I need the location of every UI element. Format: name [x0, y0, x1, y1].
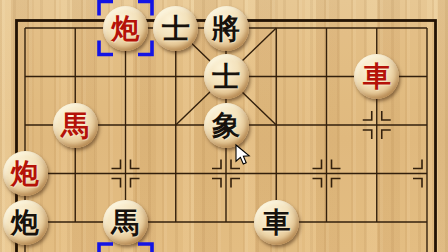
piece-black-cannon[interactable]: 炮 — [3, 200, 48, 245]
piece-black-advisor[interactable]: 士 — [153, 6, 198, 51]
piece-glyph: 炮 — [11, 200, 39, 245]
piece-glyph: 炮 — [11, 151, 39, 196]
piece-glyph: 將 — [212, 6, 240, 51]
piece-glyph: 車 — [262, 200, 290, 245]
piece-glyph: 炮 — [112, 6, 140, 51]
piece-glyph: 馬 — [112, 200, 140, 245]
piece-glyph: 士 — [162, 6, 190, 51]
piece-glyph: 車 — [363, 54, 391, 99]
piece-black-general[interactable]: 將 — [204, 6, 249, 51]
piece-black-advisor[interactable]: 士 — [204, 54, 249, 99]
piece-glyph: 士 — [212, 54, 240, 99]
piece-red-cannon[interactable]: 炮 — [103, 6, 148, 51]
piece-red-horse[interactable]: 馬 — [53, 103, 98, 148]
piece-black-elephant[interactable]: 象 — [204, 103, 249, 148]
xiangqi-game-screen: 炮士將士車馬象炮炮馬車 — [0, 0, 448, 252]
piece-black-horse[interactable]: 馬 — [103, 200, 148, 245]
piece-glyph: 馬 — [61, 103, 89, 148]
piece-black-chariot[interactable]: 車 — [254, 200, 299, 245]
piece-red-cannon[interactable]: 炮 — [3, 151, 48, 196]
piece-red-chariot[interactable]: 車 — [354, 54, 399, 99]
piece-glyph: 象 — [212, 103, 240, 148]
